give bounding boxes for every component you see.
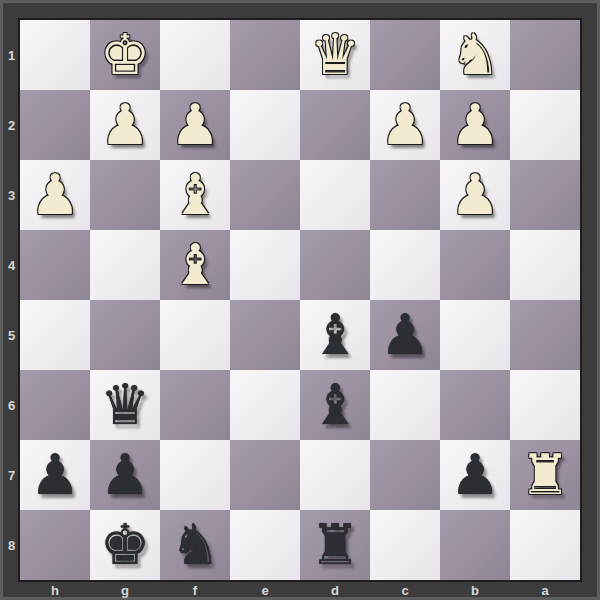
- square-h1[interactable]: [20, 20, 90, 90]
- square-c3[interactable]: [370, 160, 440, 230]
- white-bishop[interactable]: ♝: [170, 167, 220, 223]
- chess-board-frame: ♚♛♞♟♟♟♟♟♝♟♝♝♟♛♝♟♟♟♜♚♞♜ 12345678 hgfedcba: [0, 0, 600, 600]
- square-g1[interactable]: ♚: [90, 20, 160, 90]
- square-b7[interactable]: ♟: [440, 440, 510, 510]
- square-f5[interactable]: [160, 300, 230, 370]
- white-rook[interactable]: ♜: [520, 447, 570, 503]
- file-label-c: c: [370, 582, 440, 598]
- rank-label-6: 6: [3, 370, 20, 440]
- black-rook[interactable]: ♜: [310, 517, 360, 573]
- square-b2[interactable]: ♟: [440, 90, 510, 160]
- square-h3[interactable]: ♟: [20, 160, 90, 230]
- square-c4[interactable]: [370, 230, 440, 300]
- square-e6[interactable]: [230, 370, 300, 440]
- square-f7[interactable]: [160, 440, 230, 510]
- rank-label-2: 2: [3, 90, 20, 160]
- square-d3[interactable]: [300, 160, 370, 230]
- square-h5[interactable]: [20, 300, 90, 370]
- square-d8[interactable]: ♜: [300, 510, 370, 580]
- square-a1[interactable]: [510, 20, 580, 90]
- square-a6[interactable]: [510, 370, 580, 440]
- square-b5[interactable]: [440, 300, 510, 370]
- square-e2[interactable]: [230, 90, 300, 160]
- rank-label-5: 5: [3, 300, 20, 370]
- square-h6[interactable]: [20, 370, 90, 440]
- rank-label-1: 1: [3, 20, 20, 90]
- square-g4[interactable]: [90, 230, 160, 300]
- square-c6[interactable]: [370, 370, 440, 440]
- square-g7[interactable]: ♟: [90, 440, 160, 510]
- square-c1[interactable]: [370, 20, 440, 90]
- square-f2[interactable]: ♟: [160, 90, 230, 160]
- square-d5[interactable]: ♝: [300, 300, 370, 370]
- chess-board: ♚♛♞♟♟♟♟♟♝♟♝♝♟♛♝♟♟♟♜♚♞♜: [20, 20, 580, 580]
- black-pawn[interactable]: ♟: [30, 447, 80, 503]
- square-e1[interactable]: [230, 20, 300, 90]
- square-a5[interactable]: [510, 300, 580, 370]
- white-knight[interactable]: ♞: [450, 27, 500, 83]
- black-queen[interactable]: ♛: [100, 377, 150, 433]
- square-b1[interactable]: ♞: [440, 20, 510, 90]
- square-h8[interactable]: [20, 510, 90, 580]
- black-bishop[interactable]: ♝: [310, 307, 360, 363]
- square-f6[interactable]: [160, 370, 230, 440]
- square-a4[interactable]: [510, 230, 580, 300]
- white-bishop[interactable]: ♝: [170, 237, 220, 293]
- square-a8[interactable]: [510, 510, 580, 580]
- square-e4[interactable]: [230, 230, 300, 300]
- square-g2[interactable]: ♟: [90, 90, 160, 160]
- rank-label-4: 4: [3, 230, 20, 300]
- square-e5[interactable]: [230, 300, 300, 370]
- black-pawn[interactable]: ♟: [100, 447, 150, 503]
- rank-label-3: 3: [3, 160, 20, 230]
- square-d6[interactable]: ♝: [300, 370, 370, 440]
- white-queen[interactable]: ♛: [310, 27, 360, 83]
- file-labels: hgfedcba: [20, 582, 580, 598]
- white-pawn[interactable]: ♟: [30, 167, 80, 223]
- square-b4[interactable]: [440, 230, 510, 300]
- file-label-e: e: [230, 582, 300, 598]
- black-bishop[interactable]: ♝: [310, 377, 360, 433]
- square-h4[interactable]: [20, 230, 90, 300]
- square-f1[interactable]: [160, 20, 230, 90]
- rank-label-8: 8: [3, 510, 20, 580]
- square-a2[interactable]: [510, 90, 580, 160]
- file-label-g: g: [90, 582, 160, 598]
- square-b8[interactable]: [440, 510, 510, 580]
- file-label-b: b: [440, 582, 510, 598]
- square-a7[interactable]: ♜: [510, 440, 580, 510]
- square-c7[interactable]: [370, 440, 440, 510]
- square-h7[interactable]: ♟: [20, 440, 90, 510]
- square-g8[interactable]: ♚: [90, 510, 160, 580]
- file-label-h: h: [20, 582, 90, 598]
- file-label-f: f: [160, 582, 230, 598]
- square-e3[interactable]: [230, 160, 300, 230]
- square-d2[interactable]: [300, 90, 370, 160]
- square-f8[interactable]: ♞: [160, 510, 230, 580]
- file-label-d: d: [300, 582, 370, 598]
- square-g3[interactable]: [90, 160, 160, 230]
- white-pawn[interactable]: ♟: [170, 97, 220, 153]
- square-b6[interactable]: [440, 370, 510, 440]
- square-a3[interactable]: [510, 160, 580, 230]
- square-g6[interactable]: ♛: [90, 370, 160, 440]
- square-b3[interactable]: ♟: [440, 160, 510, 230]
- square-g5[interactable]: [90, 300, 160, 370]
- square-e7[interactable]: [230, 440, 300, 510]
- square-e8[interactable]: [230, 510, 300, 580]
- black-king[interactable]: ♚: [100, 517, 150, 573]
- white-king[interactable]: ♚: [100, 27, 150, 83]
- rank-label-7: 7: [3, 440, 20, 510]
- square-h2[interactable]: [20, 90, 90, 160]
- square-d7[interactable]: [300, 440, 370, 510]
- black-pawn[interactable]: ♟: [450, 447, 500, 503]
- black-knight[interactable]: ♞: [170, 517, 220, 573]
- rank-labels: 12345678: [3, 20, 20, 580]
- white-pawn[interactable]: ♟: [380, 97, 430, 153]
- square-f3[interactable]: ♝: [160, 160, 230, 230]
- square-c2[interactable]: ♟: [370, 90, 440, 160]
- square-c8[interactable]: [370, 510, 440, 580]
- white-pawn[interactable]: ♟: [450, 167, 500, 223]
- square-c5[interactable]: ♟: [370, 300, 440, 370]
- square-d1[interactable]: ♛: [300, 20, 370, 90]
- file-label-a: a: [510, 582, 580, 598]
- white-pawn[interactable]: ♟: [100, 97, 150, 153]
- square-f4[interactable]: ♝: [160, 230, 230, 300]
- black-pawn[interactable]: ♟: [380, 307, 430, 363]
- white-pawn[interactable]: ♟: [450, 97, 500, 153]
- square-d4[interactable]: [300, 230, 370, 300]
